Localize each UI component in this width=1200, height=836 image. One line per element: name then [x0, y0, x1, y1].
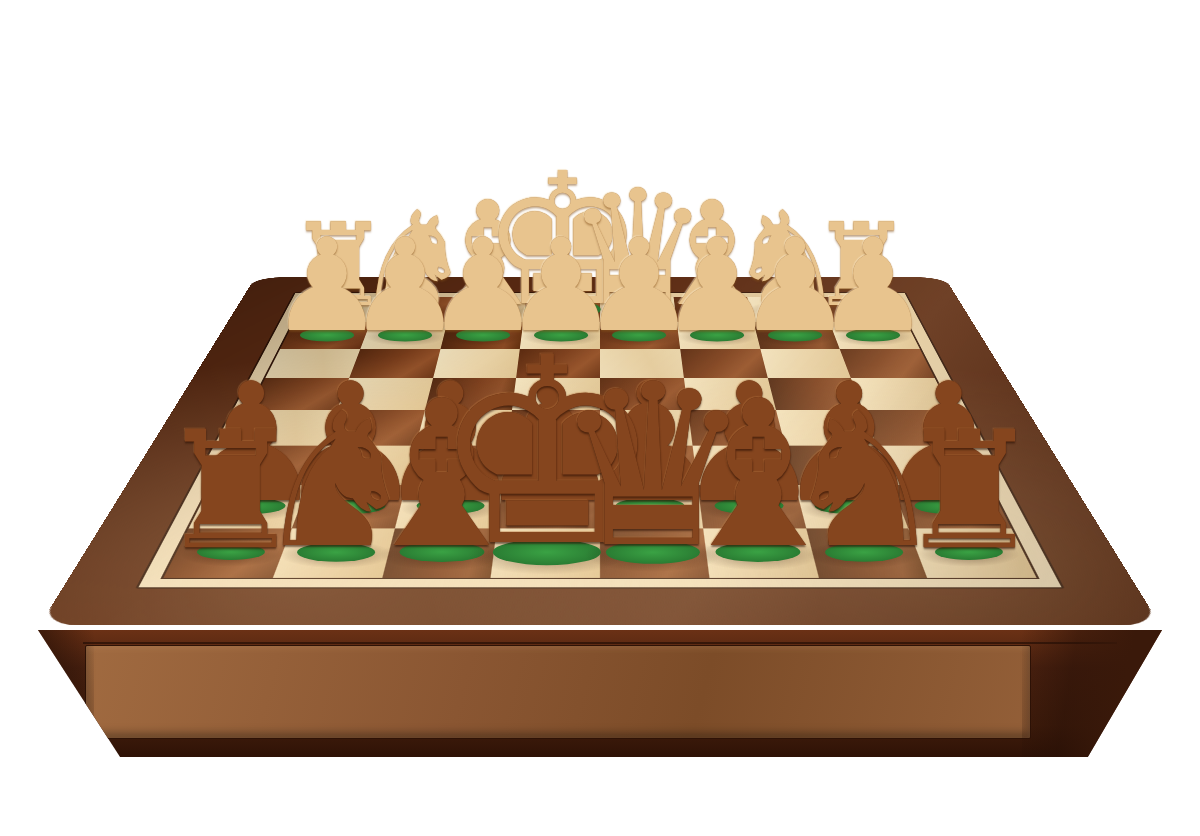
box-left-edge-shade — [38, 630, 94, 757]
square-f6 — [405, 445, 507, 484]
square-f8 — [382, 529, 497, 578]
drawer-front-panel — [85, 645, 1031, 739]
square-a8 — [909, 529, 1037, 578]
box-front-face — [38, 630, 1162, 757]
square-a4 — [851, 378, 951, 410]
square-g8 — [273, 529, 395, 578]
square-e4 — [512, 378, 600, 410]
square-b3 — [760, 349, 851, 378]
square-f2 — [440, 322, 523, 349]
square-e6 — [503, 445, 600, 484]
square-g5 — [323, 410, 424, 445]
square-e2 — [520, 322, 600, 349]
square-f1 — [447, 297, 527, 322]
square-g1 — [370, 297, 453, 322]
square-f5 — [415, 410, 512, 445]
chessboard-grid — [160, 297, 1039, 579]
square-b7 — [795, 485, 909, 529]
square-h7 — [189, 485, 309, 529]
square-d8 — [600, 529, 709, 578]
square-a3 — [840, 349, 935, 378]
square-f3 — [433, 349, 520, 378]
square-h5 — [231, 410, 337, 445]
box-right-side-face — [1022, 630, 1163, 757]
chessboard-top — [39, 277, 1160, 625]
square-f7 — [394, 485, 502, 529]
square-a2 — [830, 322, 920, 349]
square-e5 — [508, 410, 600, 445]
square-c5 — [688, 410, 785, 445]
square-h3 — [265, 349, 360, 378]
square-a5 — [863, 410, 969, 445]
square-g4 — [337, 378, 433, 410]
square-g6 — [308, 445, 415, 484]
square-c8 — [703, 529, 818, 578]
square-d5 — [600, 410, 692, 445]
drawer-seam — [83, 642, 1117, 644]
square-d7 — [600, 485, 703, 529]
square-a1 — [820, 297, 906, 322]
square-d1 — [600, 297, 677, 322]
square-e8 — [491, 529, 600, 578]
scene: ♜♞♝♚♛♝♞♜♟♟♟♟♟♟♟♟♟♟♟♟♟♟♟♟♜♞♝♚♛♝♞♜ — [0, 0, 1200, 836]
square-e7 — [497, 485, 600, 529]
square-a6 — [877, 445, 989, 484]
square-h4 — [249, 378, 349, 410]
maple-border — [135, 292, 1064, 588]
square-d4 — [600, 378, 688, 410]
square-b2 — [753, 322, 840, 349]
square-g7 — [291, 485, 405, 529]
square-d6 — [600, 445, 697, 484]
square-h2 — [280, 322, 370, 349]
square-g2 — [360, 322, 447, 349]
square-e1 — [523, 297, 600, 322]
square-h6 — [211, 445, 323, 484]
square-c4 — [684, 378, 776, 410]
square-e3 — [516, 349, 600, 378]
square-h1 — [294, 297, 380, 322]
square-c6 — [692, 445, 794, 484]
square-h8 — [163, 529, 291, 578]
square-f4 — [425, 378, 517, 410]
square-c2 — [677, 322, 760, 349]
square-d3 — [600, 349, 684, 378]
square-b1 — [747, 297, 830, 322]
square-b5 — [776, 410, 877, 445]
square-b4 — [767, 378, 863, 410]
square-d2 — [600, 322, 680, 349]
square-c3 — [680, 349, 767, 378]
square-c1 — [673, 297, 753, 322]
square-c7 — [697, 485, 805, 529]
square-g3 — [349, 349, 440, 378]
square-b8 — [806, 529, 928, 578]
square-b6 — [785, 445, 892, 484]
square-a7 — [892, 485, 1012, 529]
